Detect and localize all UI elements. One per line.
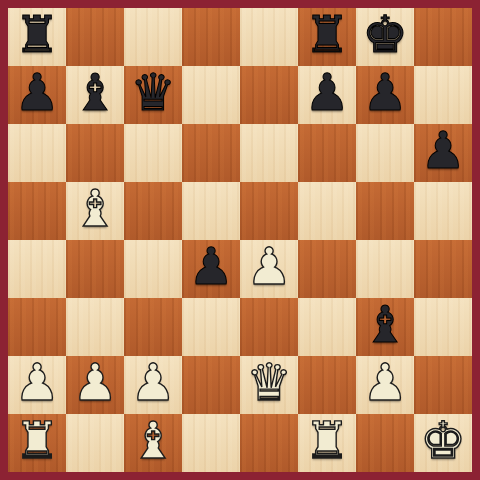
black-rook-f8: ♜	[304, 8, 350, 64]
black-pawn-h6: ♟	[420, 124, 466, 180]
square-e1[interactable]	[240, 414, 298, 472]
square-f7[interactable]: ♟	[298, 66, 356, 124]
square-f1[interactable]: ♜	[298, 414, 356, 472]
white-pawn-e4: ♟	[246, 240, 292, 296]
square-d4[interactable]: ♟	[182, 240, 240, 298]
square-g3[interactable]: ♝	[356, 298, 414, 356]
square-d1[interactable]	[182, 414, 240, 472]
square-e7[interactable]	[240, 66, 298, 124]
square-g1[interactable]	[356, 414, 414, 472]
square-c5[interactable]	[124, 182, 182, 240]
square-f4[interactable]	[298, 240, 356, 298]
black-bishop-b7: ♝	[72, 66, 118, 122]
square-c6[interactable]	[124, 124, 182, 182]
black-queen-c7: ♛	[130, 66, 176, 122]
square-e2[interactable]: ♛	[240, 356, 298, 414]
square-d3[interactable]	[182, 298, 240, 356]
square-f6[interactable]	[298, 124, 356, 182]
square-b8[interactable]	[66, 8, 124, 66]
square-d6[interactable]	[182, 124, 240, 182]
square-h3[interactable]	[414, 298, 472, 356]
square-a8[interactable]: ♜	[8, 8, 66, 66]
square-e4[interactable]: ♟	[240, 240, 298, 298]
square-g2[interactable]: ♟	[356, 356, 414, 414]
square-f3[interactable]	[298, 298, 356, 356]
white-king-h1: ♚	[420, 414, 466, 470]
white-pawn-c2: ♟	[130, 356, 176, 412]
square-b7[interactable]: ♝	[66, 66, 124, 124]
square-h1[interactable]: ♚	[414, 414, 472, 472]
white-rook-f1: ♜	[304, 414, 350, 470]
white-pawn-b2: ♟	[72, 356, 118, 412]
square-g8[interactable]: ♚	[356, 8, 414, 66]
square-g5[interactable]	[356, 182, 414, 240]
black-rook-a8: ♜	[14, 8, 60, 64]
white-bishop-b5: ♝	[72, 182, 118, 238]
square-d2[interactable]	[182, 356, 240, 414]
square-b4[interactable]	[66, 240, 124, 298]
square-f2[interactable]	[298, 356, 356, 414]
square-a3[interactable]	[8, 298, 66, 356]
white-queen-e2: ♛	[246, 356, 292, 412]
square-c3[interactable]	[124, 298, 182, 356]
square-e6[interactable]	[240, 124, 298, 182]
square-c7[interactable]: ♛	[124, 66, 182, 124]
square-a1[interactable]: ♜	[8, 414, 66, 472]
square-b6[interactable]	[66, 124, 124, 182]
square-a5[interactable]	[8, 182, 66, 240]
black-pawn-f7: ♟	[304, 66, 350, 122]
square-h8[interactable]	[414, 8, 472, 66]
square-h5[interactable]	[414, 182, 472, 240]
square-c4[interactable]	[124, 240, 182, 298]
square-f5[interactable]	[298, 182, 356, 240]
square-b3[interactable]	[66, 298, 124, 356]
square-g7[interactable]: ♟	[356, 66, 414, 124]
square-g6[interactable]	[356, 124, 414, 182]
black-pawn-a7: ♟	[14, 66, 60, 122]
white-bishop-c1: ♝	[130, 414, 176, 470]
square-b1[interactable]	[66, 414, 124, 472]
square-h4[interactable]	[414, 240, 472, 298]
white-pawn-g2: ♟	[362, 356, 408, 412]
square-b2[interactable]: ♟	[66, 356, 124, 414]
square-e3[interactable]	[240, 298, 298, 356]
square-e5[interactable]	[240, 182, 298, 240]
white-rook-a1: ♜	[14, 414, 60, 470]
square-d8[interactable]	[182, 8, 240, 66]
square-b5[interactable]: ♝	[66, 182, 124, 240]
black-pawn-g7: ♟	[362, 66, 408, 122]
square-h7[interactable]	[414, 66, 472, 124]
white-pawn-a2: ♟	[14, 356, 60, 412]
black-bishop-g3: ♝	[362, 298, 408, 354]
square-a2[interactable]: ♟	[8, 356, 66, 414]
square-e8[interactable]	[240, 8, 298, 66]
square-a7[interactable]: ♟	[8, 66, 66, 124]
square-c2[interactable]: ♟	[124, 356, 182, 414]
square-f8[interactable]: ♜	[298, 8, 356, 66]
square-h6[interactable]: ♟	[414, 124, 472, 182]
square-d7[interactable]	[182, 66, 240, 124]
square-a4[interactable]	[8, 240, 66, 298]
square-a6[interactable]	[8, 124, 66, 182]
square-d5[interactable]	[182, 182, 240, 240]
chess-board-frame: ♜♜♚♟♝♛♟♟♟♝♟♟♝♟♟♟♛♟♜♝♜♚	[0, 0, 480, 480]
square-h2[interactable]	[414, 356, 472, 414]
square-c1[interactable]: ♝	[124, 414, 182, 472]
black-pawn-d4: ♟	[188, 240, 234, 296]
chess-board: ♜♜♚♟♝♛♟♟♟♝♟♟♝♟♟♟♛♟♜♝♜♚	[8, 8, 472, 472]
black-king-g8: ♚	[362, 8, 408, 64]
square-g4[interactable]	[356, 240, 414, 298]
square-c8[interactable]	[124, 8, 182, 66]
